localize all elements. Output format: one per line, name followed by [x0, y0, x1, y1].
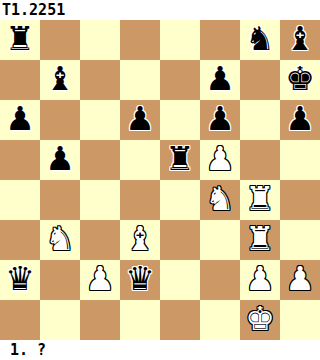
square-a2[interactable]: ♛: [0, 260, 40, 300]
piece-black-rook: ♜: [5, 19, 35, 59]
piece-white-knight: ♞: [45, 219, 75, 259]
square-a5[interactable]: [0, 140, 40, 180]
square-b1[interactable]: [40, 300, 80, 340]
square-c4[interactable]: [80, 180, 120, 220]
square-e7[interactable]: [160, 60, 200, 100]
piece-white-rook: ♜: [245, 219, 275, 259]
square-b5[interactable]: ♟: [40, 140, 80, 180]
square-a7[interactable]: [0, 60, 40, 100]
square-c7[interactable]: [80, 60, 120, 100]
square-c1[interactable]: [80, 300, 120, 340]
piece-white-bishop: ♝: [125, 219, 155, 259]
piece-black-pawn: ♟: [45, 139, 75, 179]
square-b6[interactable]: [40, 100, 80, 140]
chess-board: ♜♞♝♝♟♚♟♟♟♟♟♜♟♞♜♞♝♜♛♟♛♟♟♚: [0, 20, 320, 340]
title-bar: T1.2251: [0, 0, 320, 20]
square-a6[interactable]: ♟: [0, 100, 40, 140]
square-d8[interactable]: [120, 20, 160, 60]
piece-black-pawn: ♟: [285, 99, 315, 139]
piece-black-pawn: ♟: [5, 99, 35, 139]
square-g2[interactable]: ♟: [240, 260, 280, 300]
move-prompt-bar: 1. ?: [0, 340, 320, 360]
square-d5[interactable]: [120, 140, 160, 180]
square-a8[interactable]: ♜: [0, 20, 40, 60]
square-g4[interactable]: ♜: [240, 180, 280, 220]
square-h1[interactable]: [280, 300, 320, 340]
piece-white-pawn: ♟: [205, 139, 235, 179]
square-a4[interactable]: [0, 180, 40, 220]
square-g3[interactable]: ♜: [240, 220, 280, 260]
square-h5[interactable]: [280, 140, 320, 180]
square-g6[interactable]: [240, 100, 280, 140]
piece-black-rook: ♜: [165, 139, 195, 179]
square-a1[interactable]: [0, 300, 40, 340]
square-e3[interactable]: [160, 220, 200, 260]
piece-black-bishop: ♝: [285, 19, 315, 59]
square-f3[interactable]: [200, 220, 240, 260]
puzzle-title: T1.2251: [0, 0, 65, 20]
square-c3[interactable]: [80, 220, 120, 260]
square-f5[interactable]: ♟: [200, 140, 240, 180]
square-b4[interactable]: [40, 180, 80, 220]
square-h4[interactable]: [280, 180, 320, 220]
square-f4[interactable]: ♞: [200, 180, 240, 220]
square-f6[interactable]: ♟: [200, 100, 240, 140]
piece-white-rook: ♜: [245, 179, 275, 219]
square-d3[interactable]: ♝: [120, 220, 160, 260]
move-prompt: 1. ?: [0, 340, 46, 360]
piece-black-knight: ♞: [245, 19, 275, 59]
square-f8[interactable]: [200, 20, 240, 60]
square-c6[interactable]: [80, 100, 120, 140]
square-d4[interactable]: [120, 180, 160, 220]
square-a3[interactable]: [0, 220, 40, 260]
piece-black-pawn: ♟: [205, 59, 235, 99]
square-e5[interactable]: ♜: [160, 140, 200, 180]
square-h7[interactable]: ♚: [280, 60, 320, 100]
square-h2[interactable]: ♟: [280, 260, 320, 300]
square-g5[interactable]: [240, 140, 280, 180]
piece-white-pawn: ♟: [85, 259, 115, 299]
square-g8[interactable]: ♞: [240, 20, 280, 60]
piece-white-king: ♚: [245, 299, 275, 339]
square-e4[interactable]: [160, 180, 200, 220]
piece-black-king: ♚: [285, 59, 315, 99]
piece-white-knight: ♞: [205, 179, 235, 219]
square-g7[interactable]: [240, 60, 280, 100]
square-h8[interactable]: ♝: [280, 20, 320, 60]
square-g1[interactable]: ♚: [240, 300, 280, 340]
square-c8[interactable]: [80, 20, 120, 60]
square-h6[interactable]: ♟: [280, 100, 320, 140]
square-d1[interactable]: [120, 300, 160, 340]
piece-black-queen: ♛: [125, 259, 155, 299]
square-f2[interactable]: [200, 260, 240, 300]
piece-white-pawn: ♟: [285, 259, 315, 299]
square-f7[interactable]: ♟: [200, 60, 240, 100]
square-c2[interactable]: ♟: [80, 260, 120, 300]
square-e6[interactable]: [160, 100, 200, 140]
square-h3[interactable]: [280, 220, 320, 260]
square-b8[interactable]: [40, 20, 80, 60]
piece-black-bishop: ♝: [45, 59, 75, 99]
square-d7[interactable]: [120, 60, 160, 100]
square-e8[interactable]: [160, 20, 200, 60]
square-b2[interactable]: [40, 260, 80, 300]
square-d6[interactable]: ♟: [120, 100, 160, 140]
square-f1[interactable]: [200, 300, 240, 340]
piece-black-queen: ♛: [5, 259, 35, 299]
piece-white-pawn: ♟: [245, 259, 275, 299]
piece-black-pawn: ♟: [125, 99, 155, 139]
piece-black-pawn: ♟: [205, 99, 235, 139]
square-e2[interactable]: [160, 260, 200, 300]
square-b7[interactable]: ♝: [40, 60, 80, 100]
square-b3[interactable]: ♞: [40, 220, 80, 260]
square-d2[interactable]: ♛: [120, 260, 160, 300]
square-c5[interactable]: [80, 140, 120, 180]
square-e1[interactable]: [160, 300, 200, 340]
